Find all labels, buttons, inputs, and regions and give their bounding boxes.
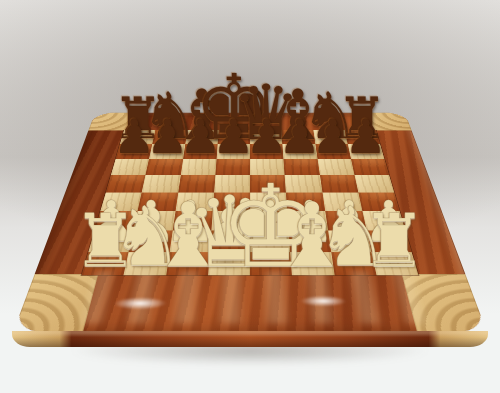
piece-black-pawn-h7: ♟ — [345, 113, 387, 160]
pieces-layer: ♜♞♝♚♛♝♞♜♟♟♟♟♟♟♟♟♟♟♟♟♟♟♟♟♜♞♝♛♚♝♞♜ — [0, 0, 500, 393]
piece-white-rook-h1: ♜ — [362, 204, 428, 277]
chess-set-photo: ♜♞♝♚♛♝♞♜♟♟♟♟♟♟♟♟♟♟♟♟♟♟♟♟♜♞♝♛♚♝♞♜ — [0, 0, 500, 393]
